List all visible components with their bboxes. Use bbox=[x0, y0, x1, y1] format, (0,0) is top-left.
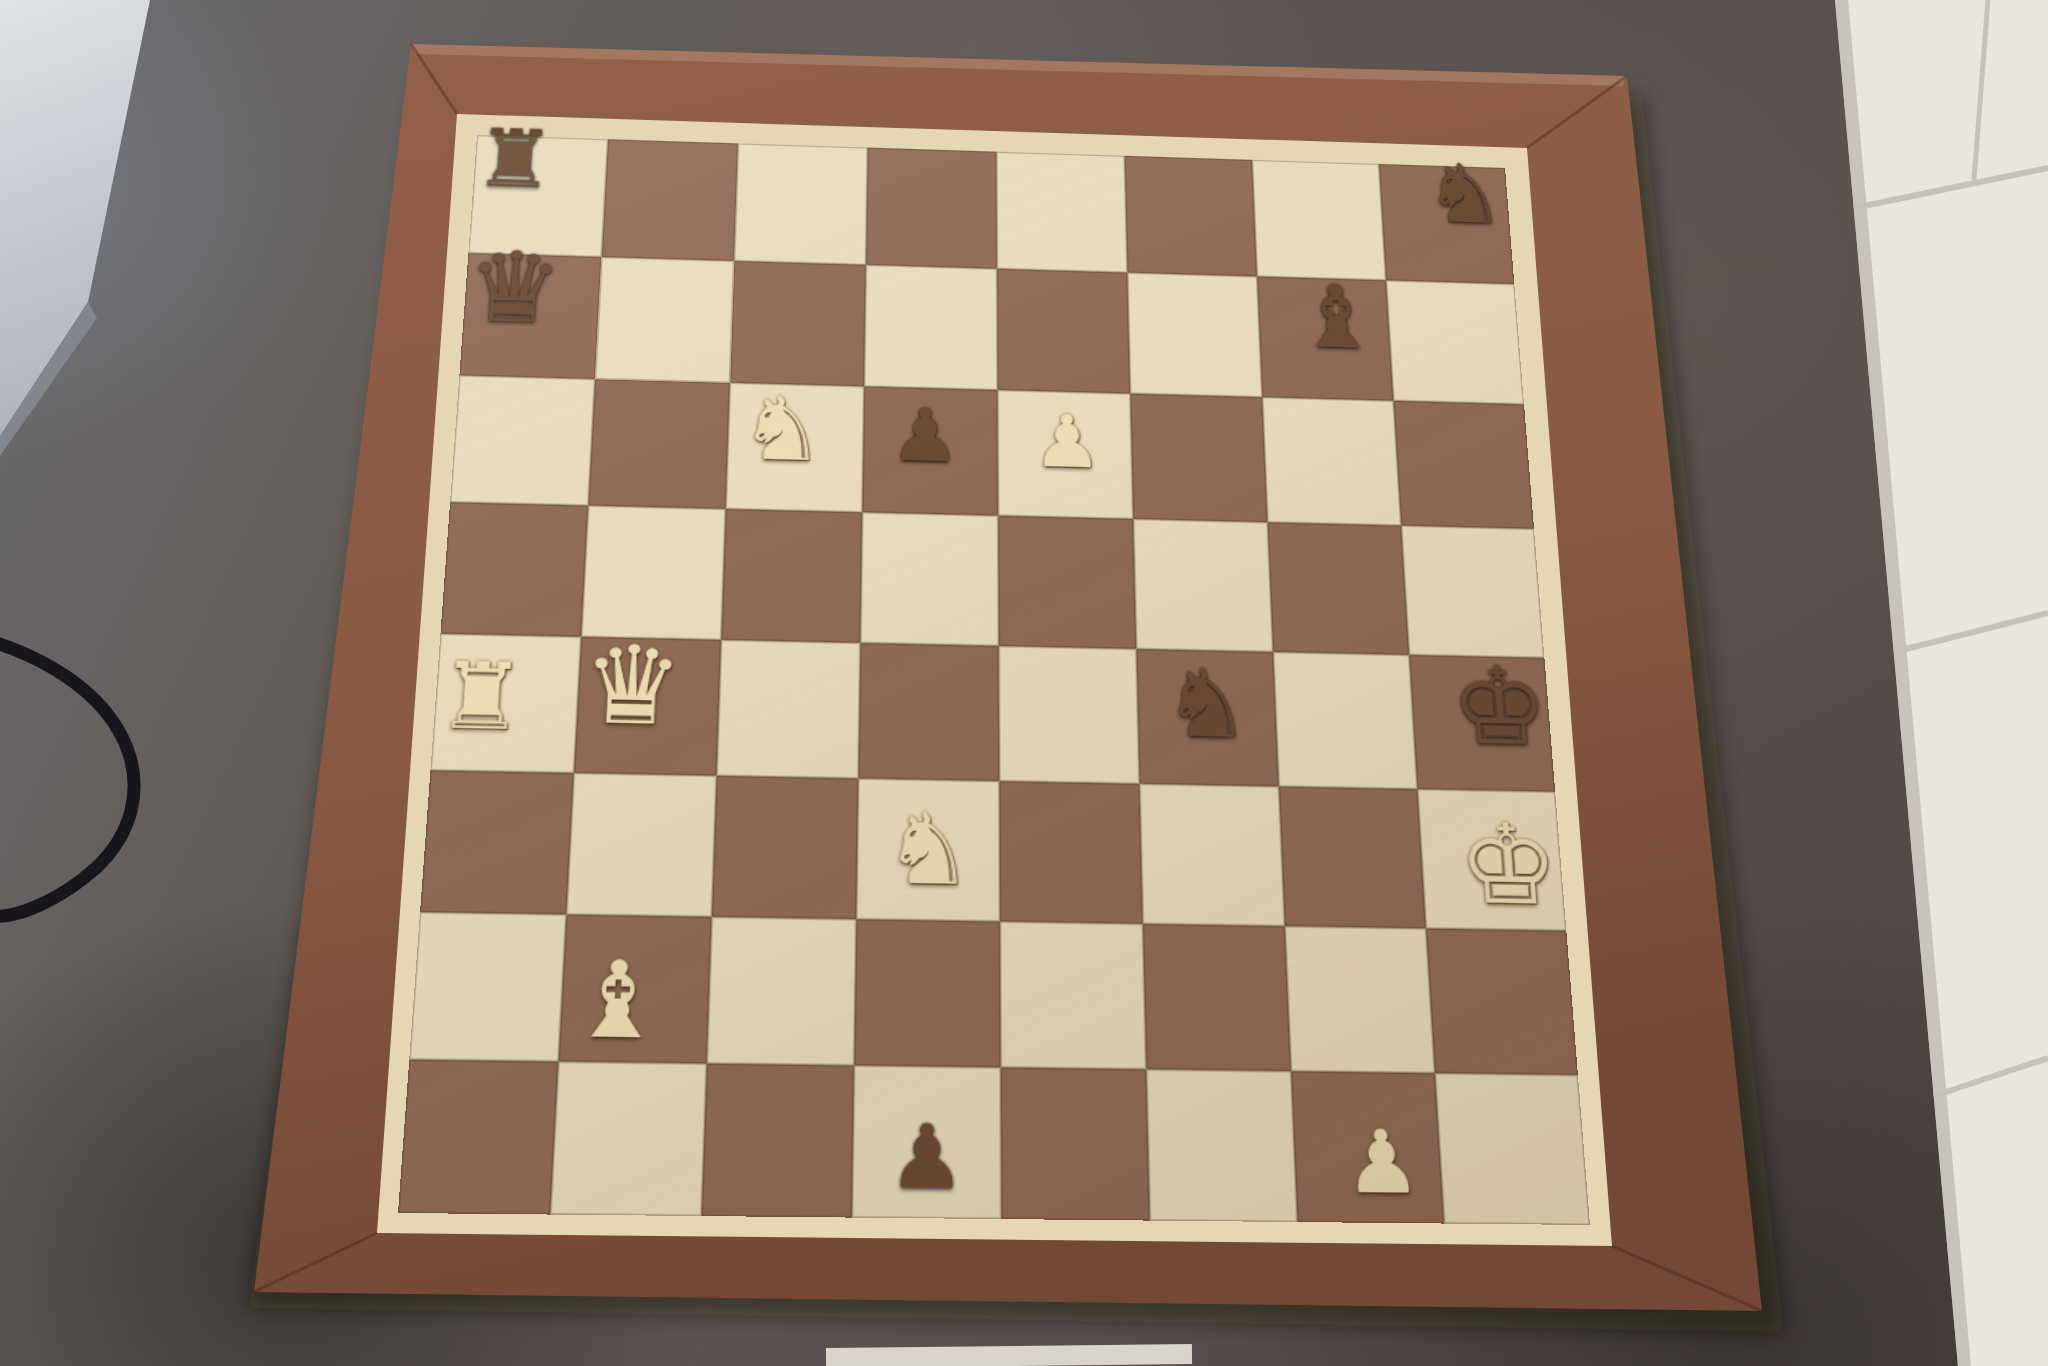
square-e7 bbox=[997, 269, 1130, 394]
square-h8: ♞ bbox=[1379, 164, 1514, 284]
square-a5 bbox=[440, 502, 588, 637]
square-g5 bbox=[1268, 522, 1410, 655]
square-b3 bbox=[566, 773, 716, 917]
square-d1: ♟ bbox=[852, 1065, 1001, 1219]
square-f8 bbox=[1125, 156, 1257, 277]
square-c8 bbox=[734, 143, 868, 264]
square-c6: ♞ bbox=[726, 383, 864, 513]
square-a1 bbox=[398, 1060, 558, 1215]
square-b4: ♛ bbox=[574, 637, 721, 776]
square-f5 bbox=[1133, 519, 1273, 652]
white-queen-b4: ♛ bbox=[579, 632, 685, 742]
square-e4 bbox=[999, 646, 1140, 784]
square-e2 bbox=[1000, 922, 1146, 1070]
square-a3 bbox=[420, 770, 574, 914]
square-f1 bbox=[1146, 1069, 1297, 1222]
black-cable bbox=[0, 642, 134, 916]
white-pawn-g1: ♟ bbox=[1342, 1118, 1422, 1207]
square-c3 bbox=[712, 776, 859, 919]
square-d5 bbox=[860, 512, 998, 646]
square-a6 bbox=[450, 375, 595, 505]
square-c1 bbox=[702, 1064, 855, 1218]
black-pawn-d6: ♟ bbox=[890, 398, 960, 472]
square-b1 bbox=[550, 1062, 706, 1217]
square-a7: ♛ bbox=[459, 253, 601, 379]
square-h3: ♚ bbox=[1417, 789, 1566, 931]
white-king-h3: ♚ bbox=[1455, 809, 1563, 922]
black-pawn-d1: ♟ bbox=[888, 1112, 966, 1201]
square-g4 bbox=[1273, 652, 1417, 789]
square-d4 bbox=[858, 643, 999, 781]
white-knight-d3: ♞ bbox=[883, 800, 973, 900]
square-a4: ♜ bbox=[430, 634, 581, 773]
square-h7 bbox=[1386, 280, 1524, 404]
square-c5 bbox=[721, 509, 862, 643]
square-f2 bbox=[1143, 924, 1291, 1071]
square-g3 bbox=[1279, 786, 1426, 928]
square-e3 bbox=[999, 781, 1142, 924]
square-g2 bbox=[1285, 926, 1435, 1073]
square-g1: ♟ bbox=[1291, 1071, 1444, 1223]
square-f7 bbox=[1127, 273, 1262, 398]
square-d8 bbox=[866, 148, 997, 269]
square-c4 bbox=[717, 640, 861, 779]
square-e1 bbox=[1001, 1067, 1150, 1220]
white-knight-c6: ♞ bbox=[739, 384, 826, 474]
square-e6: ♟ bbox=[998, 390, 1134, 519]
white-pawn-e6: ♟ bbox=[1032, 405, 1103, 479]
square-f4: ♞ bbox=[1136, 649, 1279, 787]
black-knight-h8: ♞ bbox=[1422, 153, 1507, 236]
square-d6: ♟ bbox=[862, 386, 998, 515]
square-b6 bbox=[588, 379, 730, 509]
square-b5 bbox=[581, 506, 725, 640]
square-g6 bbox=[1262, 397, 1401, 525]
square-d3: ♞ bbox=[856, 778, 1000, 921]
square-h1 bbox=[1435, 1073, 1590, 1225]
square-a2 bbox=[409, 912, 566, 1061]
square-h6 bbox=[1393, 401, 1534, 529]
black-king-h4: ♚ bbox=[1447, 653, 1552, 762]
white-rook-a4: ♜ bbox=[435, 650, 528, 744]
square-c2 bbox=[707, 917, 857, 1066]
square-d7 bbox=[864, 265, 997, 390]
square-e5 bbox=[998, 516, 1136, 649]
square-g7: ♝ bbox=[1257, 276, 1393, 400]
white-tile-floor bbox=[1835, 0, 2048, 1366]
black-bishop-g7: ♝ bbox=[1293, 273, 1381, 362]
square-b8 bbox=[602, 139, 739, 261]
white-bishop-b2: ♝ bbox=[567, 946, 667, 1053]
black-queen-a7: ♛ bbox=[462, 239, 565, 339]
square-b7 bbox=[595, 257, 734, 383]
chess-board: ♜♞♛♝♞♟♟♜♛♞♚♞♚♝♟♟ bbox=[398, 135, 1590, 1225]
square-c7 bbox=[730, 261, 866, 386]
black-rook-a8: ♜ bbox=[472, 119, 558, 201]
square-g8 bbox=[1252, 160, 1386, 280]
square-f6 bbox=[1130, 394, 1267, 523]
bottom-tile-sliver bbox=[826, 1344, 1192, 1366]
square-h4: ♚ bbox=[1409, 655, 1555, 792]
square-b2: ♝ bbox=[558, 914, 711, 1063]
black-knight-f4: ♞ bbox=[1162, 656, 1252, 752]
square-e8 bbox=[996, 152, 1127, 273]
square-f3 bbox=[1140, 784, 1285, 926]
square-d2 bbox=[854, 919, 1001, 1067]
square-h2 bbox=[1426, 928, 1578, 1075]
photo-scene: ♜♞♛♝♞♟♟♜♛♞♚♞♚♝♟♟ bbox=[0, 0, 2048, 1366]
square-h5 bbox=[1401, 526, 1544, 658]
